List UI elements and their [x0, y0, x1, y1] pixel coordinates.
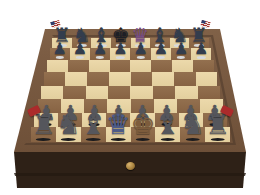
- square-f8[interactable]: [150, 38, 170, 48]
- square-g1[interactable]: [180, 127, 205, 142]
- square-h4[interactable]: [198, 86, 220, 100]
- square-e8[interactable]: [131, 38, 151, 48]
- square-d4[interactable]: [108, 86, 130, 100]
- square-g7[interactable]: [171, 48, 191, 60]
- square-e7[interactable]: [130, 48, 150, 60]
- square-d5[interactable]: [109, 72, 131, 85]
- square-f6[interactable]: [151, 60, 172, 73]
- square-d8[interactable]: [111, 38, 131, 48]
- square-c1[interactable]: [81, 127, 106, 142]
- square-d6[interactable]: [110, 60, 131, 73]
- square-h1[interactable]: [205, 127, 230, 142]
- square-e6[interactable]: [130, 60, 151, 73]
- square-b1[interactable]: [56, 127, 81, 142]
- square-c5[interactable]: [87, 72, 109, 85]
- square-c6[interactable]: [89, 60, 110, 73]
- square-g3[interactable]: [177, 99, 200, 113]
- square-g5[interactable]: [174, 72, 196, 85]
- square-d1[interactable]: [106, 127, 131, 142]
- square-d2[interactable]: [106, 113, 130, 127]
- drawer-knob[interactable]: [126, 162, 135, 170]
- square-f5[interactable]: [152, 72, 174, 85]
- square-g6[interactable]: [172, 60, 193, 73]
- square-d3[interactable]: [107, 99, 130, 113]
- square-g4[interactable]: [175, 86, 197, 100]
- square-e2[interactable]: [130, 113, 154, 127]
- square-a7[interactable]: [50, 48, 70, 60]
- square-a6[interactable]: [47, 60, 68, 73]
- square-h3[interactable]: [200, 99, 223, 113]
- square-e3[interactable]: [131, 99, 154, 113]
- square-h7[interactable]: [191, 48, 211, 60]
- square-a3[interactable]: [38, 99, 61, 113]
- square-g2[interactable]: [179, 113, 203, 127]
- square-e1[interactable]: [131, 127, 156, 142]
- square-h2[interactable]: [203, 113, 227, 127]
- square-c2[interactable]: [82, 113, 106, 127]
- square-a5[interactable]: [44, 72, 66, 85]
- square-b6[interactable]: [68, 60, 89, 73]
- square-b3[interactable]: [61, 99, 84, 113]
- square-a2[interactable]: [34, 113, 58, 127]
- square-c8[interactable]: [91, 38, 111, 48]
- square-a4[interactable]: [41, 86, 63, 100]
- square-c4[interactable]: [86, 86, 108, 100]
- square-g8[interactable]: [170, 38, 190, 48]
- square-a1[interactable]: [31, 127, 56, 142]
- square-b7[interactable]: [70, 48, 90, 60]
- square-a8[interactable]: [52, 38, 72, 48]
- square-b8[interactable]: [72, 38, 92, 48]
- square-f3[interactable]: [154, 99, 177, 113]
- square-d7[interactable]: [110, 48, 130, 60]
- square-b4[interactable]: [63, 86, 85, 100]
- square-f7[interactable]: [151, 48, 171, 60]
- square-c3[interactable]: [84, 99, 107, 113]
- square-b2[interactable]: [58, 113, 82, 127]
- square-h6[interactable]: [193, 60, 214, 73]
- square-f1[interactable]: [155, 127, 180, 142]
- square-e5[interactable]: [131, 72, 153, 85]
- square-e4[interactable]: [130, 86, 152, 100]
- square-c7[interactable]: [90, 48, 110, 60]
- square-f2[interactable]: [155, 113, 179, 127]
- square-b5[interactable]: [65, 72, 87, 85]
- square-f4[interactable]: [153, 86, 175, 100]
- civil-war-chess-set-photo: ♜♞♝♚♛♝♞♜♟♟♟♟♟♟♟♟♟♟♟♟♟♟♟♟♜♞♝♛♚♝♞♜: [0, 0, 260, 195]
- square-h5[interactable]: [196, 72, 218, 85]
- square-h8[interactable]: [189, 38, 209, 48]
